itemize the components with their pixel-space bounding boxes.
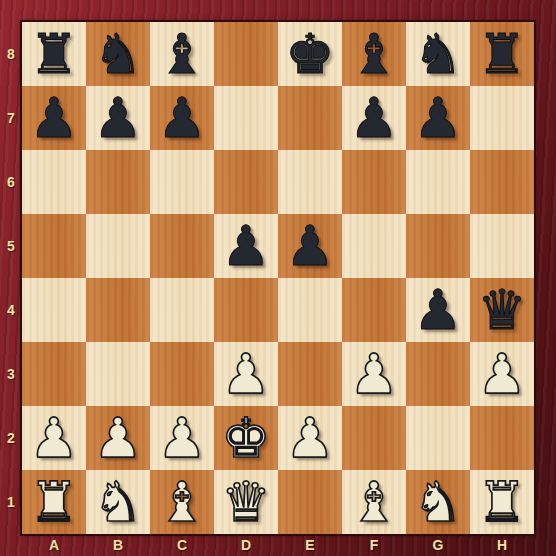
black-pawn: ♟ — [150, 86, 214, 150]
white-pawn: ♟ — [86, 406, 150, 470]
square-d2[interactable]: ♚ — [214, 406, 278, 470]
black-rook: ♜ — [22, 22, 86, 86]
square-d8[interactable] — [214, 22, 278, 86]
square-h3[interactable]: ♟ — [470, 342, 534, 406]
square-g2[interactable] — [406, 406, 470, 470]
rank-label-6: 6 — [0, 150, 22, 214]
square-b7[interactable]: ♟ — [86, 86, 150, 150]
square-g8[interactable]: ♞ — [406, 22, 470, 86]
square-e7[interactable] — [278, 86, 342, 150]
square-c4[interactable] — [150, 278, 214, 342]
square-a7[interactable]: ♟ — [22, 86, 86, 150]
square-g1[interactable]: ♞ — [406, 470, 470, 534]
square-h2[interactable] — [470, 406, 534, 470]
file-label-h: H — [470, 534, 534, 556]
square-a4[interactable] — [22, 278, 86, 342]
square-g5[interactable] — [406, 214, 470, 278]
square-c7[interactable]: ♟ — [150, 86, 214, 150]
file-label-g: G — [406, 534, 470, 556]
white-rook: ♜ — [22, 470, 86, 534]
square-e3[interactable] — [278, 342, 342, 406]
square-f3[interactable]: ♟ — [342, 342, 406, 406]
rank-label-3: 3 — [0, 342, 22, 406]
black-pawn: ♟ — [406, 278, 470, 342]
file-label-e: E — [278, 534, 342, 556]
square-d6[interactable] — [214, 150, 278, 214]
white-king: ♚ — [214, 406, 278, 470]
square-b6[interactable] — [86, 150, 150, 214]
square-h7[interactable] — [470, 86, 534, 150]
square-c5[interactable] — [150, 214, 214, 278]
chess-board: ♜♞♝♚♝♞♜♟♟♟♟♟♟♟♟♛♟♟♟♟♟♟♚♟♜♞♝♛♝♞♜ — [22, 22, 534, 534]
white-bishop: ♝ — [342, 470, 406, 534]
white-rook: ♜ — [470, 470, 534, 534]
black-bishop: ♝ — [342, 22, 406, 86]
square-b8[interactable]: ♞ — [86, 22, 150, 86]
square-h8[interactable]: ♜ — [470, 22, 534, 86]
square-b4[interactable] — [86, 278, 150, 342]
file-label-d: D — [214, 534, 278, 556]
square-h4[interactable]: ♛ — [470, 278, 534, 342]
square-f5[interactable] — [342, 214, 406, 278]
rank-label-7: 7 — [0, 86, 22, 150]
square-b2[interactable]: ♟ — [86, 406, 150, 470]
square-c8[interactable]: ♝ — [150, 22, 214, 86]
square-c1[interactable]: ♝ — [150, 470, 214, 534]
square-h6[interactable] — [470, 150, 534, 214]
square-b3[interactable] — [86, 342, 150, 406]
black-bishop: ♝ — [150, 22, 214, 86]
square-d5[interactable]: ♟ — [214, 214, 278, 278]
board-frame: ♜♞♝♚♝♞♜♟♟♟♟♟♟♟♟♛♟♟♟♟♟♟♚♟♜♞♝♛♝♞♜ 87654321… — [0, 0, 556, 556]
square-b1[interactable]: ♞ — [86, 470, 150, 534]
square-a2[interactable]: ♟ — [22, 406, 86, 470]
square-g7[interactable]: ♟ — [406, 86, 470, 150]
square-e2[interactable]: ♟ — [278, 406, 342, 470]
square-a6[interactable] — [22, 150, 86, 214]
white-bishop: ♝ — [150, 470, 214, 534]
square-e6[interactable] — [278, 150, 342, 214]
file-label-c: C — [150, 534, 214, 556]
square-a5[interactable] — [22, 214, 86, 278]
rank-label-2: 2 — [0, 406, 22, 470]
white-pawn: ♟ — [214, 342, 278, 406]
square-a1[interactable]: ♜ — [22, 470, 86, 534]
black-pawn: ♟ — [278, 214, 342, 278]
square-d1[interactable]: ♛ — [214, 470, 278, 534]
black-rook: ♜ — [470, 22, 534, 86]
file-label-a: A — [22, 534, 86, 556]
square-a8[interactable]: ♜ — [22, 22, 86, 86]
white-knight: ♞ — [86, 470, 150, 534]
rank-label-1: 1 — [0, 470, 22, 534]
black-knight: ♞ — [406, 22, 470, 86]
black-pawn: ♟ — [342, 86, 406, 150]
file-label-b: B — [86, 534, 150, 556]
square-g6[interactable] — [406, 150, 470, 214]
square-h5[interactable] — [470, 214, 534, 278]
white-pawn: ♟ — [150, 406, 214, 470]
square-d3[interactable]: ♟ — [214, 342, 278, 406]
square-e1[interactable] — [278, 470, 342, 534]
black-pawn: ♟ — [86, 86, 150, 150]
square-b5[interactable] — [86, 214, 150, 278]
square-g4[interactable]: ♟ — [406, 278, 470, 342]
square-h1[interactable]: ♜ — [470, 470, 534, 534]
square-f1[interactable]: ♝ — [342, 470, 406, 534]
rank-label-8: 8 — [0, 22, 22, 86]
black-king: ♚ — [278, 22, 342, 86]
black-pawn: ♟ — [406, 86, 470, 150]
square-e5[interactable]: ♟ — [278, 214, 342, 278]
square-f8[interactable]: ♝ — [342, 22, 406, 86]
square-e4[interactable] — [278, 278, 342, 342]
square-f2[interactable] — [342, 406, 406, 470]
white-pawn: ♟ — [278, 406, 342, 470]
black-knight: ♞ — [86, 22, 150, 86]
white-pawn: ♟ — [22, 406, 86, 470]
square-c6[interactable] — [150, 150, 214, 214]
rank-label-4: 4 — [0, 278, 22, 342]
file-label-f: F — [342, 534, 406, 556]
white-queen: ♛ — [214, 470, 278, 534]
rank-label-5: 5 — [0, 214, 22, 278]
square-c3[interactable] — [150, 342, 214, 406]
black-queen: ♛ — [470, 278, 534, 342]
square-f6[interactable] — [342, 150, 406, 214]
square-f7[interactable]: ♟ — [342, 86, 406, 150]
black-pawn: ♟ — [214, 214, 278, 278]
square-e8[interactable]: ♚ — [278, 22, 342, 86]
square-a3[interactable] — [22, 342, 86, 406]
square-g3[interactable] — [406, 342, 470, 406]
square-d7[interactable] — [214, 86, 278, 150]
black-pawn: ♟ — [22, 86, 86, 150]
square-f4[interactable] — [342, 278, 406, 342]
white-pawn: ♟ — [470, 342, 534, 406]
white-pawn: ♟ — [342, 342, 406, 406]
square-c2[interactable]: ♟ — [150, 406, 214, 470]
square-d4[interactable] — [214, 278, 278, 342]
white-knight: ♞ — [406, 470, 470, 534]
